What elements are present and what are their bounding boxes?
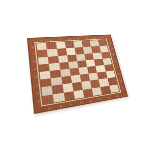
square-e3	[80, 74, 90, 82]
square-a4	[40, 71, 51, 80]
rank-label-right-3: 3	[118, 73, 120, 75]
rank-label-left-4: 4	[35, 76, 37, 79]
rank-label-left-1: 1	[37, 101, 39, 104]
rank-label-left-7: 7	[32, 53, 34, 55]
file-label-bottom-c: c	[70, 103, 72, 106]
square-g4	[96, 65, 106, 73]
file-label-bottom-h: h	[116, 95, 118, 97]
file-label-bottom-f: f	[99, 98, 100, 100]
file-label-top-f: f	[86, 37, 87, 39]
photo-background: aa88bb77cc66dd55ee44ff33gg22hh11	[0, 0, 150, 150]
square-c2	[62, 83, 73, 92]
square-g1	[100, 85, 110, 94]
playing-field	[37, 40, 119, 104]
square-b6	[48, 56, 59, 64]
square-a7	[37, 50, 48, 58]
file-label-top-a: a	[40, 40, 42, 42]
rank-label-right-7: 7	[111, 48, 113, 50]
file-label-bottom-a: a	[49, 107, 51, 110]
square-d1	[73, 89, 84, 98]
file-label-top-g: g	[93, 37, 95, 39]
square-d7	[66, 48, 76, 55]
rank-label-right-4: 4	[116, 67, 118, 69]
rank-label-left-8: 8	[32, 46, 34, 48]
rank-label-right-2: 2	[120, 80, 122, 82]
board-frame: aa88bb77cc66dd55ee44ff33gg22hh11	[28, 35, 127, 113]
square-h2	[107, 77, 117, 85]
square-a1	[43, 94, 55, 104]
rank-label-right-1: 1	[122, 87, 124, 89]
rank-label-left-5: 5	[34, 68, 36, 70]
file-label-top-h: h	[101, 37, 103, 39]
rank-label-left-2: 2	[36, 92, 38, 95]
file-label-bottom-e: e	[90, 99, 92, 102]
file-label-top-d: d	[68, 38, 70, 40]
file-label-top-c: c	[59, 39, 61, 41]
rank-label-left-3: 3	[36, 84, 38, 87]
file-label-top-b: b	[50, 39, 52, 41]
rank-label-left-6: 6	[33, 61, 35, 63]
square-h6	[101, 52, 110, 59]
file-label-bottom-d: d	[80, 101, 82, 104]
chess-board: aa88bb77cc66dd55ee44ff33gg22hh11	[27, 35, 128, 115]
file-label-bottom-b: b	[59, 105, 61, 108]
file-label-bottom-g: g	[108, 96, 110, 98]
rank-label-right-8: 8	[109, 42, 111, 44]
rank-label-right-5: 5	[114, 60, 116, 62]
rank-label-right-6: 6	[113, 54, 115, 56]
square-b3	[51, 77, 62, 86]
file-label-top-e: e	[77, 38, 79, 40]
square-f5	[86, 59, 96, 66]
